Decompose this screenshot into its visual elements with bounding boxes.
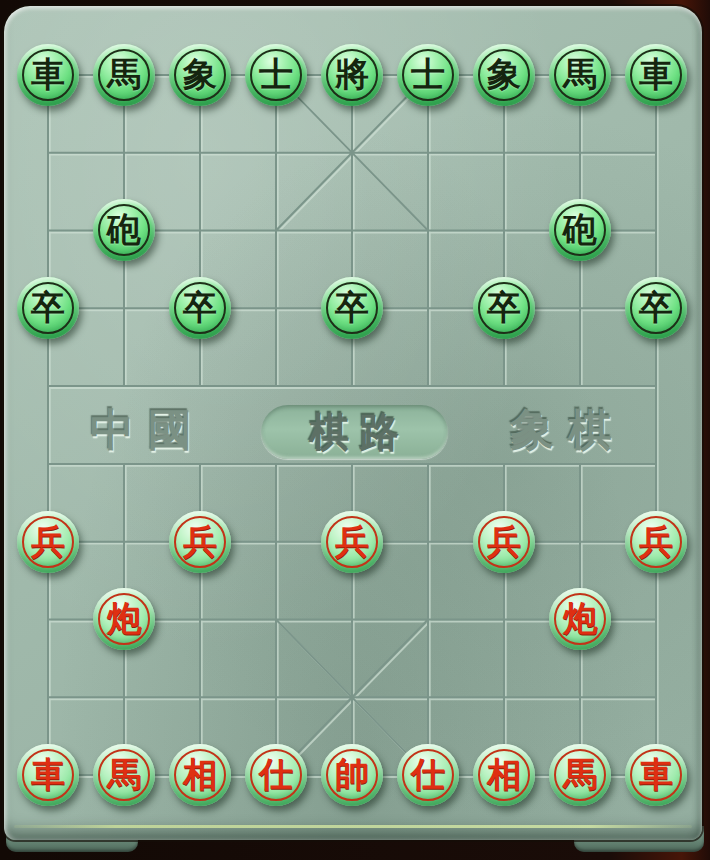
piece-black-horse[interactable]: 馬 bbox=[549, 44, 611, 106]
piece-red-advisor[interactable]: 仕 bbox=[397, 744, 459, 806]
piece-red-elephant[interactable]: 相 bbox=[169, 744, 231, 806]
piece-glyph: 兵 bbox=[639, 524, 673, 558]
piece-black-soldier[interactable]: 卒 bbox=[625, 277, 687, 339]
piece-red-soldier[interactable]: 兵 bbox=[321, 511, 383, 573]
piece-glyph: 仕 bbox=[411, 757, 445, 791]
piece-glyph: 馬 bbox=[107, 757, 141, 791]
piece-glyph: 將 bbox=[335, 57, 369, 91]
piece-black-chariot[interactable]: 車 bbox=[17, 44, 79, 106]
piece-glyph: 兵 bbox=[335, 524, 369, 558]
piece-red-general[interactable]: 帥 bbox=[321, 744, 383, 806]
piece-glyph: 仕 bbox=[259, 757, 293, 791]
piece-glyph: 馬 bbox=[563, 757, 597, 791]
piece-red-chariot[interactable]: 車 bbox=[17, 744, 79, 806]
piece-red-chariot[interactable]: 車 bbox=[625, 744, 687, 806]
piece-black-elephant[interactable]: 象 bbox=[169, 44, 231, 106]
piece-red-advisor[interactable]: 仕 bbox=[245, 744, 307, 806]
piece-glyph: 炮 bbox=[563, 601, 597, 635]
piece-glyph: 車 bbox=[31, 57, 65, 91]
piece-glyph: 卒 bbox=[31, 290, 65, 324]
piece-black-advisor[interactable]: 士 bbox=[397, 44, 459, 106]
piece-black-elephant[interactable]: 象 bbox=[473, 44, 535, 106]
piece-black-advisor[interactable]: 士 bbox=[245, 44, 307, 106]
piece-black-horse[interactable]: 馬 bbox=[93, 44, 155, 106]
piece-black-soldier[interactable]: 卒 bbox=[17, 277, 79, 339]
piece-glyph: 馬 bbox=[107, 57, 141, 91]
piece-black-soldier[interactable]: 卒 bbox=[321, 277, 383, 339]
piece-glyph: 炮 bbox=[107, 601, 141, 635]
piece-glyph: 車 bbox=[31, 757, 65, 791]
piece-glyph: 車 bbox=[639, 57, 673, 91]
piece-glyph: 象 bbox=[487, 57, 521, 91]
piece-red-soldier[interactable]: 兵 bbox=[17, 511, 79, 573]
piece-black-chariot[interactable]: 車 bbox=[625, 44, 687, 106]
piece-glyph: 卒 bbox=[487, 290, 521, 324]
piece-red-elephant[interactable]: 相 bbox=[473, 744, 535, 806]
piece-black-cannon[interactable]: 砲 bbox=[549, 199, 611, 261]
piece-glyph: 兵 bbox=[183, 524, 217, 558]
piece-glyph: 馬 bbox=[563, 57, 597, 91]
piece-glyph: 士 bbox=[411, 57, 445, 91]
piece-glyph: 卒 bbox=[639, 290, 673, 324]
piece-red-soldier[interactable]: 兵 bbox=[169, 511, 231, 573]
piece-glyph: 砲 bbox=[563, 212, 597, 246]
piece-glyph: 兵 bbox=[31, 524, 65, 558]
piece-black-general[interactable]: 將 bbox=[321, 44, 383, 106]
piece-glyph: 車 bbox=[639, 757, 673, 791]
piece-red-horse[interactable]: 馬 bbox=[549, 744, 611, 806]
piece-glyph: 帥 bbox=[335, 757, 369, 791]
piece-glyph: 卒 bbox=[335, 290, 369, 324]
xiangqi-app: 中國 棋路 象棋 車馬象士將士象馬車砲砲卒卒卒卒卒兵兵兵兵兵炮炮車馬相仕帥仕相馬… bbox=[0, 0, 710, 860]
piece-glyph: 相 bbox=[487, 757, 521, 791]
piece-glyph: 砲 bbox=[107, 212, 141, 246]
piece-glyph: 相 bbox=[183, 757, 217, 791]
piece-red-horse[interactable]: 馬 bbox=[93, 744, 155, 806]
piece-red-cannon[interactable]: 炮 bbox=[93, 588, 155, 650]
piece-glyph: 士 bbox=[259, 57, 293, 91]
piece-red-soldier[interactable]: 兵 bbox=[625, 511, 687, 573]
piece-black-cannon[interactable]: 砲 bbox=[93, 199, 155, 261]
piece-glyph: 象 bbox=[183, 57, 217, 91]
piece-red-soldier[interactable]: 兵 bbox=[473, 511, 535, 573]
board-grid[interactable]: 車馬象士將士象馬車砲砲卒卒卒卒卒兵兵兵兵兵炮炮車馬相仕帥仕相馬車 bbox=[10, 36, 694, 814]
piece-glyph: 兵 bbox=[487, 524, 521, 558]
piece-glyph: 卒 bbox=[183, 290, 217, 324]
piece-red-cannon[interactable]: 炮 bbox=[549, 588, 611, 650]
piece-black-soldier[interactable]: 卒 bbox=[169, 277, 231, 339]
piece-black-soldier[interactable]: 卒 bbox=[473, 277, 535, 339]
